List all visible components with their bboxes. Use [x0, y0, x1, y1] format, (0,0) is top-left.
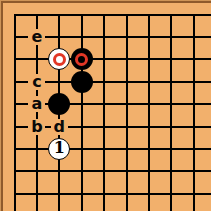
go-board: ecabd1 — [3, 3, 211, 211]
point-label-b: b — [28, 119, 45, 135]
black-stone — [48, 93, 70, 115]
grid-line-horizontal — [14, 148, 212, 150]
grid-line-horizontal — [14, 58, 212, 60]
grid-line-vertical — [126, 14, 128, 212]
frame-highlight-top — [0, 0, 211, 1]
grid-line-horizontal — [14, 14, 212, 16]
point-label-d: d — [51, 119, 68, 135]
grid-line-vertical — [193, 14, 195, 212]
black-stone — [71, 48, 93, 70]
frame-highlight-left — [0, 0, 1, 211]
red-circle-mark-icon — [75, 53, 88, 66]
grid-line-vertical — [170, 14, 172, 212]
grid-line-vertical — [81, 14, 83, 212]
grid-line-vertical — [103, 14, 105, 212]
red-circle-mark-icon — [53, 53, 66, 66]
black-stone — [71, 71, 93, 93]
grid-line-horizontal — [14, 170, 212, 172]
grid-line-vertical — [148, 14, 150, 212]
white-stone — [48, 48, 70, 70]
white-stone: 1 — [48, 138, 70, 160]
move-number: 1 — [54, 140, 65, 157]
point-label-c: c — [28, 74, 45, 90]
go-corner-diagram: ecabd1 — [0, 0, 211, 211]
point-label-a: a — [28, 96, 45, 112]
grid-line-horizontal — [14, 193, 212, 195]
point-label-e: e — [28, 29, 45, 45]
grid-line-vertical — [14, 14, 16, 212]
